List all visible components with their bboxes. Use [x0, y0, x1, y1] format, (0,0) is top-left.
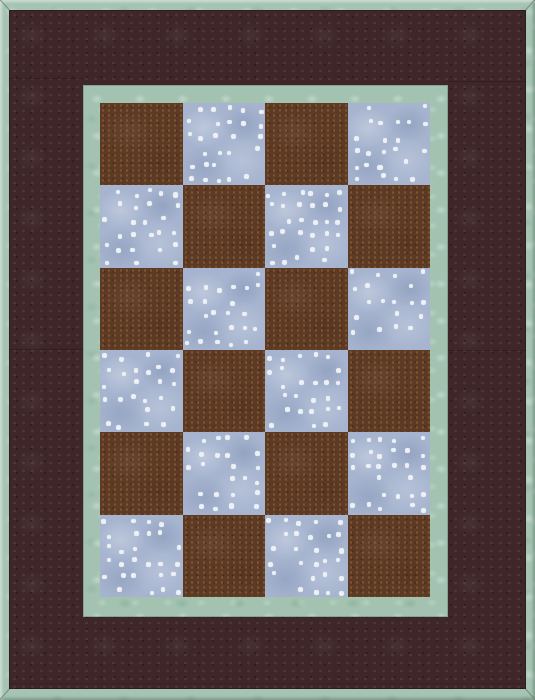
polka-dot [204, 162, 209, 167]
polka-dot [105, 261, 109, 265]
quilt-block-blue-r5c2 [183, 432, 266, 514]
polka-dot [323, 559, 327, 563]
polka-dot [186, 465, 191, 470]
polka-dot [203, 299, 208, 304]
polka-dot [267, 370, 272, 375]
polka-dot [271, 546, 276, 551]
polka-dot [311, 398, 316, 403]
polka-dot [378, 121, 383, 126]
polka-dot [118, 234, 123, 239]
polka-dot [269, 423, 274, 428]
polka-dot [423, 104, 427, 108]
polka-dot [325, 193, 329, 197]
polka-dot [404, 159, 408, 163]
polka-dot [314, 548, 319, 553]
polka-dot [218, 151, 222, 155]
polka-dot [298, 587, 303, 592]
polka-dot [366, 151, 371, 156]
polka-dot [131, 573, 136, 578]
polka-dot [294, 547, 298, 551]
polka-dot [102, 385, 106, 389]
fabric-seam-left-upper [9, 78, 83, 79]
polka-dot [198, 339, 203, 344]
polka-dot [150, 591, 154, 595]
polka-dot [176, 590, 181, 595]
polka-dot [133, 547, 137, 551]
polka-dot [407, 120, 412, 125]
polka-dot [121, 573, 126, 578]
quilt-block-brown-r6c4 [348, 515, 431, 597]
quilt-block-blue-r5c4 [348, 432, 431, 514]
polka-dot [259, 124, 264, 129]
polka-dot [134, 379, 139, 384]
quilt-block-blue-r1c4 [348, 103, 431, 185]
polka-dot [421, 436, 425, 440]
polka-dot [326, 396, 331, 401]
polka-dot [396, 494, 400, 498]
quilt-block-brown-r1c1 [100, 103, 183, 185]
polka-dot [383, 138, 388, 143]
polka-dot [314, 562, 319, 567]
polka-dot [116, 190, 120, 194]
polka-dot [323, 422, 328, 427]
polka-dot [116, 425, 121, 430]
polka-dot [199, 452, 204, 457]
polka-dot [337, 190, 342, 195]
polka-dot [149, 233, 153, 237]
polka-dot [259, 110, 263, 114]
polka-dot [281, 385, 286, 390]
polka-dot [107, 368, 111, 372]
polka-dot [336, 368, 341, 373]
polka-dot [309, 409, 314, 414]
polka-dot [213, 507, 217, 511]
polka-dot [156, 365, 160, 369]
polka-dot [134, 206, 138, 210]
polka-dot [354, 315, 359, 320]
polka-dot [299, 380, 304, 385]
quilt-block-blue-r1c2 [183, 103, 266, 185]
polka-dot [281, 358, 286, 363]
polka-dot [308, 535, 313, 540]
polka-dot [421, 492, 426, 497]
polka-dot [135, 194, 139, 198]
polka-dot [284, 532, 288, 536]
polka-dot [225, 453, 230, 458]
polka-dot [324, 380, 329, 385]
polka-dot [204, 314, 208, 318]
polka-dot [102, 217, 107, 222]
polka-dot [145, 407, 150, 412]
polka-dot [198, 492, 202, 496]
polka-dot [244, 435, 249, 440]
polka-dot [313, 381, 317, 385]
polka-dot [314, 352, 319, 357]
polka-dot [394, 177, 398, 181]
polka-dot [131, 220, 135, 224]
polka-dot [229, 503, 234, 508]
polka-dot [267, 356, 272, 361]
polka-dot [231, 134, 235, 138]
polka-dot [312, 424, 316, 428]
polka-dot [323, 572, 327, 576]
polka-dot [392, 439, 396, 443]
polka-dot [308, 191, 312, 195]
polka-dot [118, 397, 123, 402]
polka-dot [408, 326, 412, 330]
binding-miter-top-right [525, 0, 535, 10]
polka-dot [159, 522, 164, 527]
quilt-photo [0, 0, 535, 700]
quilt-block-brown-r2c4 [348, 185, 431, 267]
polka-dot [171, 406, 176, 411]
polka-dot [391, 448, 395, 452]
polka-dot [243, 476, 248, 481]
polka-dot [285, 407, 290, 412]
polka-dot [298, 354, 302, 358]
polka-dot [116, 248, 121, 253]
polka-dot [270, 202, 275, 207]
polka-dot [147, 520, 151, 524]
polka-dot [188, 132, 192, 136]
polka-dot [294, 531, 299, 536]
polka-dot [255, 451, 260, 456]
polka-dot [256, 272, 260, 276]
polka-dot [101, 519, 105, 523]
polka-dot [382, 493, 386, 497]
polka-dot [189, 176, 194, 181]
polka-dot [158, 248, 162, 252]
polka-dot [369, 450, 373, 454]
polka-dot [187, 119, 191, 123]
binding-miter-bottom-left [0, 689, 10, 700]
polka-dot [241, 121, 246, 126]
polka-dot [393, 274, 397, 278]
polka-dot [295, 255, 299, 259]
polka-dot [217, 288, 221, 292]
polka-dot [254, 504, 259, 509]
polka-dot [172, 231, 176, 235]
polka-dot [255, 490, 260, 495]
polka-dot [227, 120, 231, 124]
polka-dot [158, 379, 163, 384]
polka-dot [355, 177, 359, 181]
polka-dot [378, 507, 383, 512]
polka-dot [186, 447, 191, 452]
polka-dot [410, 503, 414, 507]
polka-dot [299, 218, 304, 223]
polka-dot [421, 508, 426, 513]
polka-dot [280, 229, 285, 234]
polka-dot [336, 381, 340, 385]
polka-dot [143, 220, 147, 224]
polka-dot [335, 220, 340, 225]
polka-dot [134, 368, 139, 373]
polka-dot [225, 435, 230, 440]
quilt-block-brown-r5c3 [265, 432, 348, 514]
polka-dot [393, 147, 397, 151]
polka-dot [102, 575, 107, 580]
polka-dot [244, 174, 249, 179]
polka-dot [227, 151, 231, 155]
polka-dot [421, 269, 425, 273]
polka-dot [103, 397, 107, 401]
polka-dot [272, 571, 276, 575]
polka-dot [146, 562, 151, 567]
polka-dot [421, 454, 425, 458]
polka-dot [376, 273, 380, 277]
polka-dot [211, 107, 216, 112]
polka-dot [241, 108, 246, 113]
polka-dot [282, 260, 287, 265]
polka-dot [326, 355, 330, 359]
polka-dot [230, 301, 235, 306]
polka-dot [203, 152, 207, 156]
polka-dot [215, 453, 220, 458]
polka-dot [377, 327, 381, 331]
quilt-block-brown-r3c1 [100, 268, 183, 350]
quilt-block-brown-r4c2 [183, 350, 266, 432]
polka-dot [283, 393, 287, 397]
polka-dot [282, 192, 286, 196]
polka-dot [355, 166, 359, 170]
checkerboard-grid [100, 103, 430, 597]
quilt-block-brown-r1c3 [265, 103, 348, 185]
polka-dot [287, 219, 291, 223]
polka-dot [213, 133, 218, 138]
polka-dot [227, 177, 231, 181]
polka-dot [185, 341, 189, 345]
polka-dot [339, 591, 344, 596]
polka-dot [339, 548, 344, 553]
polka-dot [119, 357, 124, 362]
polka-dot [176, 354, 181, 359]
polka-dot [325, 246, 329, 250]
polka-dot [243, 326, 247, 330]
polka-dot [311, 576, 316, 581]
polka-dot [310, 247, 315, 252]
polka-dot [350, 269, 355, 274]
quilt-block-brown-r4c4 [348, 350, 431, 432]
polka-dot [338, 520, 343, 525]
polka-dot [255, 146, 260, 151]
polka-dot [228, 105, 232, 109]
polka-dot [351, 330, 355, 334]
polka-dot [336, 233, 340, 237]
polka-dot [405, 463, 410, 468]
polka-dot [381, 173, 386, 178]
polka-dot [313, 220, 318, 225]
polka-dot [146, 370, 151, 375]
polka-dot [299, 561, 304, 566]
quilt-block-blue-r4c1 [100, 350, 183, 432]
polka-dot [159, 191, 164, 196]
polka-dot [119, 550, 124, 555]
polka-dot [202, 439, 206, 443]
polka-dot [212, 163, 217, 168]
polka-dot [198, 107, 203, 112]
polka-dot [409, 284, 413, 288]
polka-dot [158, 530, 162, 534]
polka-dot [159, 396, 163, 400]
polka-dot [353, 287, 357, 291]
polka-dot [423, 122, 427, 126]
polka-dot [186, 286, 191, 291]
polka-dot [216, 122, 220, 126]
polka-dot [376, 464, 380, 468]
polka-dot [408, 475, 413, 480]
polka-dot [147, 201, 152, 206]
fabric-seam-bottom [9, 683, 526, 684]
polka-dot [107, 544, 111, 548]
polka-dot [298, 230, 303, 235]
polka-dot [351, 439, 355, 443]
polka-dot [244, 340, 248, 344]
polka-dot [325, 231, 330, 236]
polka-dot [214, 331, 218, 335]
polka-dot [422, 149, 427, 154]
polka-dot [256, 283, 260, 287]
polka-dot [323, 202, 328, 207]
polka-dot [339, 576, 344, 581]
quilt-block-blue-r3c4 [348, 268, 431, 350]
quilt-block-brown-r6c2 [183, 515, 266, 597]
polka-dot [214, 492, 219, 497]
polka-dot [143, 399, 148, 404]
polka-dot [377, 165, 382, 170]
polka-dot [198, 136, 203, 141]
polka-dot [394, 324, 399, 329]
polka-dot [327, 534, 331, 538]
polka-dot [173, 261, 177, 265]
polka-dot [256, 466, 260, 470]
polka-dot [421, 300, 426, 305]
polka-dot [281, 204, 285, 208]
polka-dot [326, 407, 331, 412]
polka-dot [203, 178, 208, 183]
polka-dot [187, 330, 191, 334]
polka-dot [130, 248, 134, 252]
quilt-block-brown-r2c2 [183, 185, 266, 267]
polka-dot [314, 590, 318, 594]
quilt-block-blue-r2c3 [265, 185, 348, 267]
polka-dot [310, 203, 315, 208]
polka-dot [369, 119, 373, 123]
polka-dot [367, 438, 371, 442]
polka-dot [229, 343, 233, 347]
polka-dot [367, 106, 372, 111]
polka-dot [410, 177, 414, 181]
polka-dot [336, 558, 340, 562]
polka-dot [268, 562, 273, 567]
polka-dot [354, 136, 359, 141]
polka-dot [230, 476, 235, 481]
polka-dot [201, 462, 205, 466]
polka-dot [173, 242, 178, 247]
polka-dot [134, 531, 138, 535]
polka-dot [396, 138, 401, 143]
quilt-block-brown-r3c3 [265, 268, 348, 350]
polka-dot [190, 165, 194, 169]
polka-dot [231, 493, 236, 498]
polka-dot [117, 587, 122, 592]
polka-dot [107, 535, 111, 539]
polka-dot [350, 503, 355, 508]
polka-dot [364, 163, 369, 168]
polka-dot [377, 475, 381, 479]
polka-dot [266, 194, 270, 198]
polka-dot [337, 406, 341, 410]
polka-dot [355, 148, 360, 153]
polka-dot [270, 261, 275, 266]
binding-miter-bottom-right [525, 689, 535, 700]
polka-dot [211, 310, 215, 314]
polka-dot [188, 299, 193, 304]
polka-dot [296, 521, 301, 526]
polka-dot [336, 532, 341, 537]
outer-binding [0, 0, 535, 700]
polka-dot [377, 454, 381, 458]
polka-dot [325, 220, 330, 225]
polka-dot [148, 188, 152, 192]
polka-dot [231, 464, 236, 469]
polka-dot [367, 300, 371, 304]
polka-dot [172, 382, 176, 386]
polka-dot [144, 422, 148, 426]
polka-dot [365, 283, 370, 288]
polka-dot [242, 312, 247, 317]
polka-dot [351, 465, 355, 469]
polka-dot [396, 120, 400, 124]
fabric-seam-right-upper [448, 81, 526, 82]
polka-dot [122, 372, 126, 376]
polka-dot [161, 422, 166, 427]
polka-dot [314, 520, 319, 525]
polka-dot [204, 285, 208, 289]
polka-dot [366, 464, 370, 468]
polka-dot [161, 587, 166, 592]
polka-dot [118, 201, 123, 206]
polka-dot [217, 179, 222, 184]
polka-dot [105, 243, 109, 247]
polka-dot [147, 531, 152, 536]
polka-dot [171, 572, 176, 577]
polka-dot [229, 325, 234, 330]
polka-dot [215, 340, 220, 345]
polka-dot [284, 518, 289, 523]
polka-dot [326, 591, 330, 595]
polka-dot [161, 216, 165, 220]
polka-dot [119, 562, 124, 567]
polka-dot [310, 233, 315, 238]
polka-dot [395, 311, 400, 316]
polka-dot [272, 244, 276, 248]
polka-dot [177, 545, 181, 549]
polka-dot [258, 134, 262, 138]
polka-dot [350, 453, 355, 458]
polka-dot [157, 230, 161, 234]
polka-dot [175, 562, 180, 567]
polka-dot [131, 394, 136, 399]
polka-dot [173, 192, 178, 197]
polka-dot [134, 261, 138, 265]
polka-dot [245, 286, 249, 290]
polka-dot [170, 368, 175, 373]
polka-dot [301, 190, 305, 194]
polka-dot [338, 207, 342, 211]
polka-dot [216, 436, 221, 441]
polka-dot [322, 258, 327, 263]
